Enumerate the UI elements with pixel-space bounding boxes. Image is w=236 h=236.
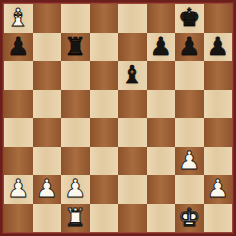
square-b3[interactable] [33,147,62,176]
square-g3[interactable]: ♟ [175,147,204,176]
square-g7[interactable]: ♟ [175,33,204,62]
piece-white-rook[interactable]: ♜ [64,204,86,233]
square-d5[interactable] [90,90,119,119]
piece-black-rook[interactable]: ♜ [64,33,86,62]
piece-white-king[interactable]: ♚ [178,204,200,233]
square-e7[interactable] [118,33,147,62]
square-g4[interactable] [175,118,204,147]
board-frame: ♝♚♟♜♟♟♟♝♟♟♟♟♟♜♚ [0,0,236,236]
square-e8[interactable] [118,4,147,33]
piece-black-bishop[interactable]: ♝ [121,61,143,90]
square-a6[interactable] [4,61,33,90]
square-a8[interactable]: ♝ [4,4,33,33]
square-b6[interactable] [33,61,62,90]
square-d6[interactable] [90,61,119,90]
piece-black-pawn[interactable]: ♟ [150,33,172,62]
square-h7[interactable]: ♟ [204,33,233,62]
piece-white-pawn[interactable]: ♟ [7,175,29,204]
square-e3[interactable] [118,147,147,176]
piece-white-pawn[interactable]: ♟ [64,175,86,204]
square-d3[interactable] [90,147,119,176]
square-e5[interactable] [118,90,147,119]
square-a3[interactable] [4,147,33,176]
square-d8[interactable] [90,4,119,33]
square-h3[interactable] [204,147,233,176]
square-h4[interactable] [204,118,233,147]
square-d1[interactable] [90,204,119,233]
square-h5[interactable] [204,90,233,119]
square-e1[interactable] [118,204,147,233]
square-c7[interactable]: ♜ [61,33,90,62]
square-h1[interactable] [204,204,233,233]
square-c5[interactable] [61,90,90,119]
piece-black-pawn[interactable]: ♟ [178,33,200,62]
square-a4[interactable] [4,118,33,147]
square-c3[interactable] [61,147,90,176]
square-b5[interactable] [33,90,62,119]
piece-black-king[interactable]: ♚ [178,4,200,33]
square-g6[interactable] [175,61,204,90]
piece-white-pawn[interactable]: ♟ [36,175,58,204]
square-g2[interactable] [175,175,204,204]
square-f3[interactable] [147,147,176,176]
piece-white-pawn[interactable]: ♟ [178,147,200,176]
piece-white-bishop[interactable]: ♝ [7,4,29,33]
square-b7[interactable] [33,33,62,62]
square-e6[interactable]: ♝ [118,61,147,90]
piece-white-pawn[interactable]: ♟ [207,175,229,204]
square-c6[interactable] [61,61,90,90]
square-b2[interactable]: ♟ [33,175,62,204]
square-b1[interactable] [33,204,62,233]
square-a2[interactable]: ♟ [4,175,33,204]
square-h8[interactable] [204,4,233,33]
square-g1[interactable]: ♚ [175,204,204,233]
square-f1[interactable] [147,204,176,233]
square-b4[interactable] [33,118,62,147]
square-f2[interactable] [147,175,176,204]
square-f8[interactable] [147,4,176,33]
square-f7[interactable]: ♟ [147,33,176,62]
square-a1[interactable] [4,204,33,233]
square-f4[interactable] [147,118,176,147]
square-e4[interactable] [118,118,147,147]
square-g8[interactable]: ♚ [175,4,204,33]
piece-black-pawn[interactable]: ♟ [7,33,29,62]
square-f5[interactable] [147,90,176,119]
square-c8[interactable] [61,4,90,33]
square-c4[interactable] [61,118,90,147]
square-b8[interactable] [33,4,62,33]
square-c2[interactable]: ♟ [61,175,90,204]
square-c1[interactable]: ♜ [61,204,90,233]
square-d2[interactable] [90,175,119,204]
square-g5[interactable] [175,90,204,119]
square-e2[interactable] [118,175,147,204]
square-a7[interactable]: ♟ [4,33,33,62]
square-d4[interactable] [90,118,119,147]
piece-black-pawn[interactable]: ♟ [207,33,229,62]
square-a5[interactable] [4,90,33,119]
square-f6[interactable] [147,61,176,90]
square-h2[interactable]: ♟ [204,175,233,204]
square-h6[interactable] [204,61,233,90]
chess-board: ♝♚♟♜♟♟♟♝♟♟♟♟♟♜♚ [4,4,232,232]
square-d7[interactable] [90,33,119,62]
